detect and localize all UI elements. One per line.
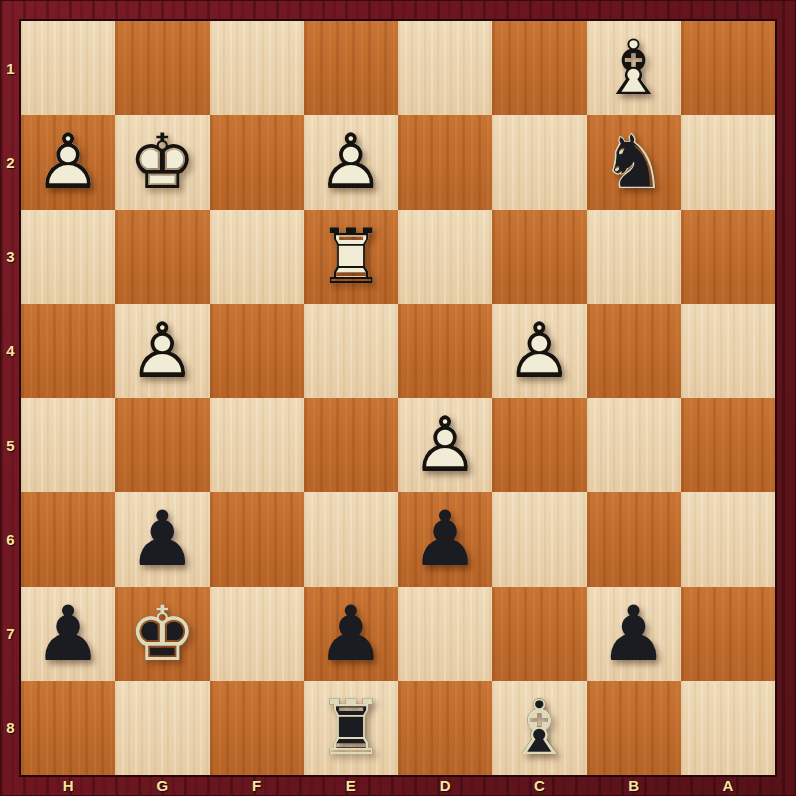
square-c1[interactable]	[492, 21, 586, 115]
square-a8[interactable]	[681, 681, 775, 775]
board-frame: 12345678 HGFEDCBA	[0, 0, 796, 796]
file-label-g: G	[115, 775, 209, 796]
square-b7[interactable]	[587, 587, 681, 681]
square-f6[interactable]	[210, 492, 304, 586]
square-g5[interactable]	[115, 398, 209, 492]
square-g2[interactable]	[115, 115, 209, 209]
square-f7[interactable]	[210, 587, 304, 681]
square-b3[interactable]	[587, 210, 681, 304]
square-e4[interactable]	[304, 304, 398, 398]
square-e1[interactable]	[304, 21, 398, 115]
square-a5[interactable]	[681, 398, 775, 492]
white-pawn[interactable]	[304, 115, 398, 209]
square-g3[interactable]	[115, 210, 209, 304]
rank-label-8: 8	[0, 681, 21, 775]
rank-label-2: 2	[0, 115, 21, 209]
square-a4[interactable]	[681, 304, 775, 398]
rank-label-7: 7	[0, 587, 21, 681]
white-pawn[interactable]	[21, 115, 115, 209]
square-e5[interactable]	[304, 398, 398, 492]
file-label-d: D	[398, 775, 492, 796]
square-c2[interactable]	[492, 115, 586, 209]
square-f4[interactable]	[210, 304, 304, 398]
rank-labels: 12345678	[0, 21, 21, 775]
square-h7[interactable]	[21, 587, 115, 681]
square-c7[interactable]	[492, 587, 586, 681]
square-h1[interactable]	[21, 21, 115, 115]
white-bishop[interactable]	[587, 21, 681, 115]
square-h6[interactable]	[21, 492, 115, 586]
square-e7[interactable]	[304, 587, 398, 681]
square-d7[interactable]	[398, 587, 492, 681]
square-f3[interactable]	[210, 210, 304, 304]
square-e2[interactable]	[304, 115, 398, 209]
square-f8[interactable]	[210, 681, 304, 775]
square-f1[interactable]	[210, 21, 304, 115]
black-pawn[interactable]	[115, 492, 209, 586]
rank-label-1: 1	[0, 21, 21, 115]
square-d2[interactable]	[398, 115, 492, 209]
square-b8[interactable]	[587, 681, 681, 775]
square-c5[interactable]	[492, 398, 586, 492]
black-pawn[interactable]	[587, 587, 681, 681]
black-king[interactable]	[115, 587, 209, 681]
square-f2[interactable]	[210, 115, 304, 209]
white-pawn[interactable]	[115, 304, 209, 398]
square-g7[interactable]	[115, 587, 209, 681]
black-pawn[interactable]	[21, 587, 115, 681]
square-a2[interactable]	[681, 115, 775, 209]
square-g8[interactable]	[115, 681, 209, 775]
square-g1[interactable]	[115, 21, 209, 115]
file-labels: HGFEDCBA	[21, 775, 775, 796]
square-c3[interactable]	[492, 210, 586, 304]
square-b2[interactable]	[587, 115, 681, 209]
black-rook[interactable]	[304, 681, 398, 775]
black-pawn[interactable]	[398, 492, 492, 586]
square-c4[interactable]	[492, 304, 586, 398]
square-a7[interactable]	[681, 587, 775, 681]
rank-label-3: 3	[0, 210, 21, 304]
black-pawn[interactable]	[304, 587, 398, 681]
file-label-c: C	[492, 775, 586, 796]
white-rook[interactable]	[304, 210, 398, 304]
file-label-b: B	[587, 775, 681, 796]
file-label-f: F	[210, 775, 304, 796]
chessboard	[21, 21, 775, 775]
square-b4[interactable]	[587, 304, 681, 398]
square-g6[interactable]	[115, 492, 209, 586]
square-f5[interactable]	[210, 398, 304, 492]
square-h8[interactable]	[21, 681, 115, 775]
square-c6[interactable]	[492, 492, 586, 586]
black-knight[interactable]	[587, 115, 681, 209]
square-e3[interactable]	[304, 210, 398, 304]
square-e8[interactable]	[304, 681, 398, 775]
white-king[interactable]	[115, 115, 209, 209]
square-c8[interactable]	[492, 681, 586, 775]
square-h3[interactable]	[21, 210, 115, 304]
square-b5[interactable]	[587, 398, 681, 492]
file-label-a: A	[681, 775, 775, 796]
square-d3[interactable]	[398, 210, 492, 304]
square-d8[interactable]	[398, 681, 492, 775]
square-a6[interactable]	[681, 492, 775, 586]
white-pawn[interactable]	[398, 398, 492, 492]
rank-label-5: 5	[0, 398, 21, 492]
white-pawn[interactable]	[492, 304, 586, 398]
square-d5[interactable]	[398, 398, 492, 492]
square-a3[interactable]	[681, 210, 775, 304]
square-d6[interactable]	[398, 492, 492, 586]
rank-label-6: 6	[0, 492, 21, 586]
square-d4[interactable]	[398, 304, 492, 398]
square-e6[interactable]	[304, 492, 398, 586]
square-a1[interactable]	[681, 21, 775, 115]
file-label-h: H	[21, 775, 115, 796]
file-label-e: E	[304, 775, 398, 796]
black-bishop[interactable]	[492, 681, 586, 775]
square-h5[interactable]	[21, 398, 115, 492]
square-g4[interactable]	[115, 304, 209, 398]
rank-label-4: 4	[0, 304, 21, 398]
square-h4[interactable]	[21, 304, 115, 398]
square-b1[interactable]	[587, 21, 681, 115]
square-d1[interactable]	[398, 21, 492, 115]
square-h2[interactable]	[21, 115, 115, 209]
square-b6[interactable]	[587, 492, 681, 586]
